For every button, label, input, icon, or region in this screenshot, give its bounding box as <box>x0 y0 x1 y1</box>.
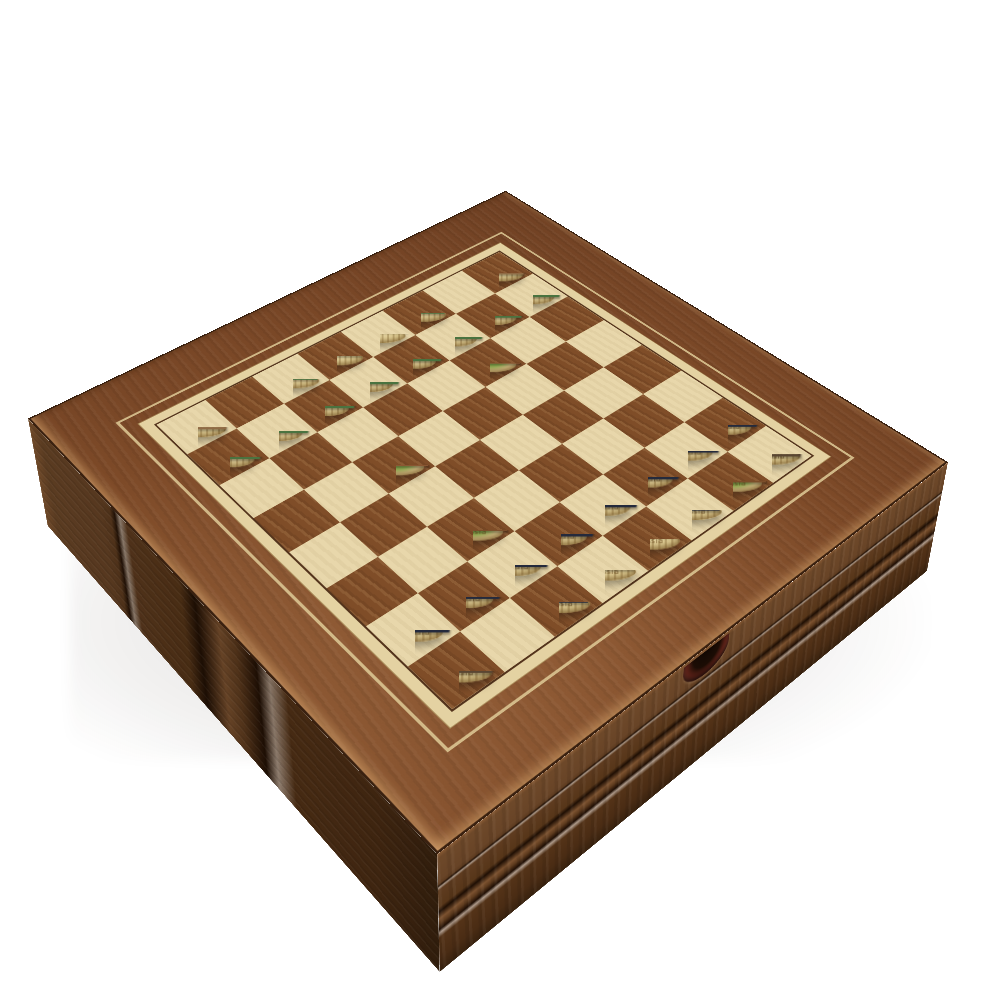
scene: ♜♝♛♚♝♜♟♟♟♟♟♟♟♟♞♞♞Russia♟Russia♟Russia♟Ru… <box>0 0 1000 1000</box>
perspective-wrapper: ♜♝♛♚♝♜♟♟♟♟♟♟♟♟♞♞♞Russia♟Russia♟Russia♟Ru… <box>154 114 806 766</box>
white-knight-icon: ♞ <box>443 283 537 372</box>
black-rook-icon: ♜ <box>405 582 511 683</box>
board-grid: ♜♝♛♚♝♜♟♟♟♟♟♟♟♟♞♞♞Russia♟Russia♟Russia♟Ru… <box>157 252 812 709</box>
white-pawn-icon: ♟ <box>184 381 275 467</box>
